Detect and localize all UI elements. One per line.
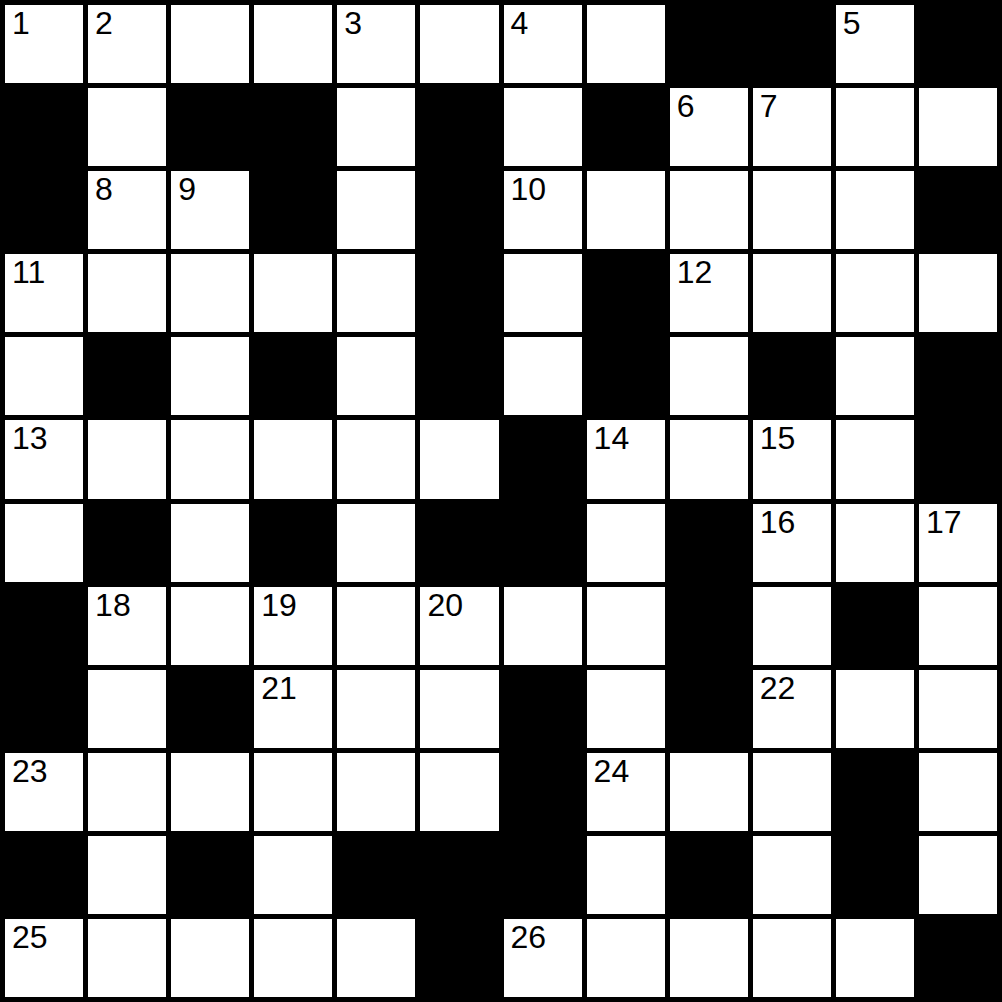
- white-cell[interactable]: [337, 670, 415, 748]
- black-cell: [919, 171, 997, 249]
- clue-number: 12: [677, 256, 713, 288]
- white-cell[interactable]: 11: [5, 254, 83, 332]
- black-cell: [919, 337, 997, 415]
- black-cell: [504, 670, 582, 748]
- black-cell: [753, 5, 831, 83]
- white-cell[interactable]: [337, 587, 415, 665]
- white-cell[interactable]: [337, 753, 415, 831]
- clue-number: 25: [12, 921, 48, 953]
- black-cell: [171, 670, 249, 748]
- white-cell[interactable]: 15: [753, 420, 831, 498]
- white-cell[interactable]: [753, 254, 831, 332]
- black-cell: [587, 337, 665, 415]
- white-cell[interactable]: [587, 919, 665, 997]
- clue-number: 9: [178, 173, 196, 205]
- white-cell[interactable]: [919, 88, 997, 166]
- white-cell[interactable]: [836, 670, 914, 748]
- black-cell: [753, 337, 831, 415]
- black-cell: [5, 171, 83, 249]
- white-cell[interactable]: [753, 753, 831, 831]
- black-cell: [171, 88, 249, 166]
- white-cell[interactable]: [670, 753, 748, 831]
- white-cell[interactable]: 5: [836, 5, 914, 83]
- black-cell: [587, 254, 665, 332]
- black-cell: [5, 88, 83, 166]
- black-cell: [670, 5, 748, 83]
- white-cell[interactable]: [919, 836, 997, 914]
- white-cell[interactable]: [420, 753, 498, 831]
- white-cell[interactable]: [171, 420, 249, 498]
- white-cell[interactable]: [753, 171, 831, 249]
- clue-number: 14: [594, 422, 630, 454]
- white-cell[interactable]: [753, 836, 831, 914]
- clue-number: 19: [261, 589, 297, 621]
- white-cell[interactable]: [504, 337, 582, 415]
- white-cell[interactable]: 21: [254, 670, 332, 748]
- crossword-grid: 1234567891011121314151617181920212223242…: [0, 0, 1002, 1002]
- black-cell: [420, 919, 498, 997]
- clue-number: 10: [511, 173, 547, 205]
- white-cell[interactable]: [171, 919, 249, 997]
- white-cell[interactable]: 20: [420, 587, 498, 665]
- white-cell[interactable]: [337, 919, 415, 997]
- white-cell[interactable]: [587, 5, 665, 83]
- white-cell[interactable]: [254, 836, 332, 914]
- white-cell[interactable]: [88, 420, 166, 498]
- white-cell[interactable]: [836, 420, 914, 498]
- white-cell[interactable]: [337, 88, 415, 166]
- clue-number: 3: [344, 7, 362, 39]
- clue-number: 4: [511, 7, 529, 39]
- white-cell[interactable]: [171, 753, 249, 831]
- white-cell[interactable]: 24: [587, 753, 665, 831]
- black-cell: [420, 171, 498, 249]
- white-cell[interactable]: [171, 254, 249, 332]
- white-cell[interactable]: [587, 836, 665, 914]
- clue-number: 23: [12, 755, 48, 787]
- white-cell[interactable]: 23: [5, 753, 83, 831]
- white-cell[interactable]: [337, 337, 415, 415]
- clue-number: 13: [12, 422, 48, 454]
- white-cell[interactable]: [836, 919, 914, 997]
- clue-number: 22: [760, 672, 796, 704]
- black-cell: [919, 420, 997, 498]
- white-cell[interactable]: 14: [587, 420, 665, 498]
- clue-number: 26: [511, 921, 547, 953]
- white-cell[interactable]: [587, 587, 665, 665]
- clue-number: 20: [427, 589, 463, 621]
- white-cell[interactable]: [670, 919, 748, 997]
- white-cell[interactable]: [88, 670, 166, 748]
- black-cell: [670, 504, 748, 582]
- white-cell[interactable]: [919, 753, 997, 831]
- white-cell[interactable]: [337, 504, 415, 582]
- white-cell[interactable]: [753, 587, 831, 665]
- white-cell[interactable]: [919, 587, 997, 665]
- white-cell[interactable]: [504, 88, 582, 166]
- black-cell: [670, 670, 748, 748]
- clue-number: 18: [95, 589, 131, 621]
- black-cell: [5, 670, 83, 748]
- white-cell[interactable]: [88, 254, 166, 332]
- white-cell[interactable]: [88, 753, 166, 831]
- white-cell[interactable]: [836, 337, 914, 415]
- black-cell: [171, 836, 249, 914]
- white-cell[interactable]: [254, 753, 332, 831]
- black-cell: [337, 836, 415, 914]
- white-cell[interactable]: 6: [670, 88, 748, 166]
- white-cell[interactable]: [171, 587, 249, 665]
- black-cell: [670, 587, 748, 665]
- white-cell[interactable]: [254, 254, 332, 332]
- white-cell[interactable]: [88, 88, 166, 166]
- black-cell: [836, 836, 914, 914]
- black-cell: [420, 254, 498, 332]
- white-cell[interactable]: [587, 670, 665, 748]
- white-cell[interactable]: 8: [88, 171, 166, 249]
- clue-number: 7: [760, 90, 778, 122]
- clue-number: 24: [594, 755, 630, 787]
- white-cell[interactable]: [836, 88, 914, 166]
- white-cell[interactable]: [88, 919, 166, 997]
- black-cell: [836, 587, 914, 665]
- white-cell[interactable]: [337, 254, 415, 332]
- white-cell[interactable]: 9: [171, 171, 249, 249]
- black-cell: [587, 88, 665, 166]
- clue-number: 11: [12, 256, 45, 288]
- white-cell[interactable]: [919, 670, 997, 748]
- black-cell: [254, 88, 332, 166]
- white-cell[interactable]: [670, 420, 748, 498]
- white-cell[interactable]: 16: [753, 504, 831, 582]
- white-cell[interactable]: 7: [753, 88, 831, 166]
- white-cell[interactable]: [171, 504, 249, 582]
- black-cell: [254, 171, 332, 249]
- white-cell[interactable]: [420, 420, 498, 498]
- white-cell[interactable]: [254, 919, 332, 997]
- black-cell: [5, 587, 83, 665]
- white-cell[interactable]: [504, 254, 582, 332]
- black-cell: [504, 836, 582, 914]
- white-cell[interactable]: [919, 254, 997, 332]
- clue-number: 15: [760, 422, 796, 454]
- black-cell: [254, 504, 332, 582]
- white-cell[interactable]: [670, 337, 748, 415]
- clue-number: 16: [760, 506, 796, 538]
- white-cell[interactable]: 2: [88, 5, 166, 83]
- white-cell[interactable]: 26: [504, 919, 582, 997]
- white-cell[interactable]: [587, 504, 665, 582]
- black-cell: [88, 504, 166, 582]
- black-cell: [420, 88, 498, 166]
- black-cell: [670, 836, 748, 914]
- clue-number: 21: [261, 672, 297, 704]
- white-cell[interactable]: [88, 836, 166, 914]
- clue-number: 1: [12, 7, 30, 39]
- black-cell: [504, 753, 582, 831]
- black-cell: [919, 919, 997, 997]
- white-cell[interactable]: [337, 420, 415, 498]
- black-cell: [88, 337, 166, 415]
- white-cell[interactable]: [337, 171, 415, 249]
- white-cell[interactable]: 18: [88, 587, 166, 665]
- white-cell[interactable]: [836, 171, 914, 249]
- black-cell: [5, 836, 83, 914]
- white-cell[interactable]: [504, 587, 582, 665]
- white-cell[interactable]: 13: [5, 420, 83, 498]
- white-cell[interactable]: 3: [337, 5, 415, 83]
- white-cell[interactable]: [254, 420, 332, 498]
- white-cell[interactable]: [254, 5, 332, 83]
- black-cell: [420, 337, 498, 415]
- clue-number: 17: [926, 506, 962, 538]
- white-cell[interactable]: [753, 919, 831, 997]
- black-cell: [919, 5, 997, 83]
- black-cell: [420, 836, 498, 914]
- black-cell: [420, 504, 498, 582]
- white-cell[interactable]: 12: [670, 254, 748, 332]
- white-cell[interactable]: 19: [254, 587, 332, 665]
- white-cell[interactable]: [171, 337, 249, 415]
- white-cell[interactable]: [836, 504, 914, 582]
- white-cell[interactable]: [587, 171, 665, 249]
- white-cell[interactable]: 22: [753, 670, 831, 748]
- white-cell[interactable]: 1: [5, 5, 83, 83]
- white-cell[interactable]: 4: [504, 5, 582, 83]
- white-cell[interactable]: [836, 254, 914, 332]
- white-cell[interactable]: 10: [504, 171, 582, 249]
- black-cell: [504, 504, 582, 582]
- clue-number: 5: [843, 7, 861, 39]
- white-cell[interactable]: 17: [919, 504, 997, 582]
- white-cell[interactable]: [420, 670, 498, 748]
- black-cell: [254, 337, 332, 415]
- black-cell: [504, 420, 582, 498]
- white-cell[interactable]: [5, 504, 83, 582]
- white-cell[interactable]: [670, 171, 748, 249]
- white-cell[interactable]: [5, 337, 83, 415]
- white-cell[interactable]: [171, 5, 249, 83]
- clue-number: 8: [95, 173, 113, 205]
- white-cell[interactable]: 25: [5, 919, 83, 997]
- clue-number: 2: [95, 7, 113, 39]
- white-cell[interactable]: [420, 5, 498, 83]
- clue-number: 6: [677, 90, 695, 122]
- black-cell: [836, 753, 914, 831]
